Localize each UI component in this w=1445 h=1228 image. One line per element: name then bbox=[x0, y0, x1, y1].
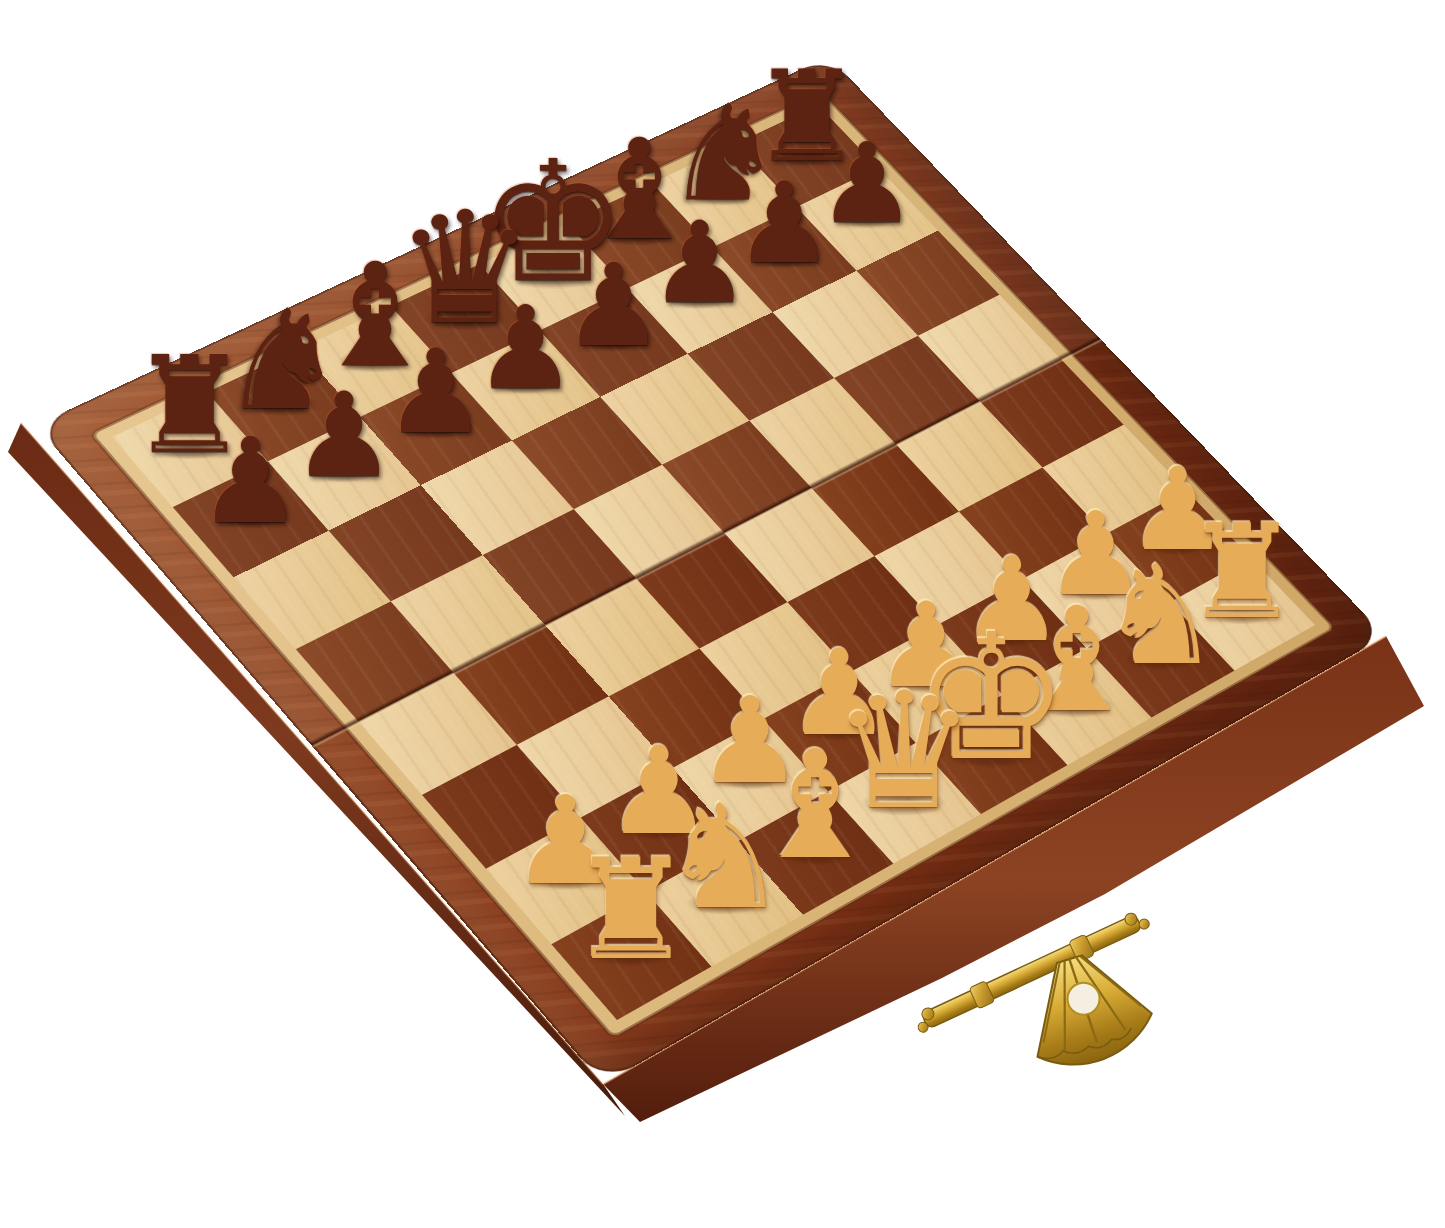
clasp-group bbox=[912, 907, 1197, 1132]
travel-chess-set-photo: ♜♞♝♛♚♝♞♜♟♟♟♟♟♟♟♟♟♟♟♟♟♟♟♟♜♞♝♛♚♝♞♜ bbox=[0, 0, 1445, 1228]
brass-clasp bbox=[0, 0, 1445, 1228]
